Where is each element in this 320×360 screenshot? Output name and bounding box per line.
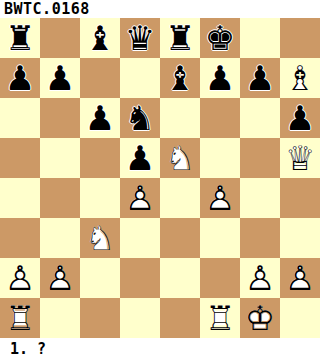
square-d7[interactable] bbox=[120, 58, 160, 98]
square-e7[interactable]: ♝ bbox=[160, 58, 200, 98]
black-pawn-piece[interactable]: ♟ bbox=[200, 58, 240, 98]
white-queen-piece[interactable]: ♛♕ bbox=[280, 138, 320, 178]
white-piece-outline-glyph: ♔ bbox=[240, 298, 280, 338]
square-h3[interactable] bbox=[280, 218, 320, 258]
black-rook-piece[interactable]: ♜ bbox=[0, 18, 40, 58]
chess-board: ♜♝♛♜♚♟♟♝♟♟♝♗♟♞♟♟♞♘♛♕♟♙♟♙♞♘♟♙♟♙♟♙♟♙♜♖♜♖♚♔ bbox=[0, 18, 320, 338]
square-f5[interactable] bbox=[200, 138, 240, 178]
square-a6[interactable] bbox=[0, 98, 40, 138]
black-piece-glyph: ♝ bbox=[160, 58, 200, 98]
white-piece-outline-glyph: ♖ bbox=[0, 298, 40, 338]
black-pawn-piece[interactable]: ♟ bbox=[40, 58, 80, 98]
square-c4[interactable] bbox=[80, 178, 120, 218]
black-pawn-piece[interactable]: ♟ bbox=[0, 58, 40, 98]
white-pawn-piece[interactable]: ♟♙ bbox=[280, 258, 320, 298]
square-d1[interactable] bbox=[120, 298, 160, 338]
square-c1[interactable] bbox=[80, 298, 120, 338]
square-a2[interactable]: ♟♙ bbox=[0, 258, 40, 298]
black-rook-piece[interactable]: ♜ bbox=[160, 18, 200, 58]
white-piece-outline-glyph: ♙ bbox=[240, 258, 280, 298]
square-a1[interactable]: ♜♖ bbox=[0, 298, 40, 338]
white-pawn-piece[interactable]: ♟♙ bbox=[40, 258, 80, 298]
square-g2[interactable]: ♟♙ bbox=[240, 258, 280, 298]
square-g6[interactable] bbox=[240, 98, 280, 138]
black-king-piece[interactable]: ♚ bbox=[200, 18, 240, 58]
white-piece-outline-glyph: ♗ bbox=[280, 58, 320, 98]
square-f1[interactable]: ♜♖ bbox=[200, 298, 240, 338]
square-g4[interactable] bbox=[240, 178, 280, 218]
square-e6[interactable] bbox=[160, 98, 200, 138]
black-piece-glyph: ♟ bbox=[240, 58, 280, 98]
square-a3[interactable] bbox=[0, 218, 40, 258]
square-g5[interactable] bbox=[240, 138, 280, 178]
square-c3[interactable]: ♞♘ bbox=[80, 218, 120, 258]
square-g7[interactable]: ♟ bbox=[240, 58, 280, 98]
square-b5[interactable] bbox=[40, 138, 80, 178]
square-c7[interactable] bbox=[80, 58, 120, 98]
square-c6[interactable]: ♟ bbox=[80, 98, 120, 138]
black-bishop-piece[interactable]: ♝ bbox=[80, 18, 120, 58]
square-b2[interactable]: ♟♙ bbox=[40, 258, 80, 298]
square-a7[interactable]: ♟ bbox=[0, 58, 40, 98]
square-f6[interactable] bbox=[200, 98, 240, 138]
black-piece-glyph: ♟ bbox=[280, 98, 320, 138]
square-h6[interactable]: ♟ bbox=[280, 98, 320, 138]
white-rook-piece[interactable]: ♜♖ bbox=[200, 298, 240, 338]
square-h5[interactable]: ♛♕ bbox=[280, 138, 320, 178]
square-e5[interactable]: ♞♘ bbox=[160, 138, 200, 178]
black-piece-glyph: ♚ bbox=[200, 18, 240, 58]
black-piece-glyph: ♟ bbox=[40, 58, 80, 98]
square-e2[interactable] bbox=[160, 258, 200, 298]
square-e8[interactable]: ♜ bbox=[160, 18, 200, 58]
white-pawn-piece[interactable]: ♟♙ bbox=[240, 258, 280, 298]
square-c5[interactable] bbox=[80, 138, 120, 178]
black-piece-glyph: ♛ bbox=[120, 18, 160, 58]
black-bishop-piece[interactable]: ♝ bbox=[160, 58, 200, 98]
white-king-piece[interactable]: ♚♔ bbox=[240, 298, 280, 338]
white-piece-outline-glyph: ♖ bbox=[200, 298, 240, 338]
white-knight-piece[interactable]: ♞♘ bbox=[160, 138, 200, 178]
white-rook-piece[interactable]: ♜♖ bbox=[0, 298, 40, 338]
white-bishop-piece[interactable]: ♝♗ bbox=[280, 58, 320, 98]
square-b7[interactable]: ♟ bbox=[40, 58, 80, 98]
square-h4[interactable] bbox=[280, 178, 320, 218]
square-b1[interactable] bbox=[40, 298, 80, 338]
square-b4[interactable] bbox=[40, 178, 80, 218]
square-d4[interactable]: ♟♙ bbox=[120, 178, 160, 218]
white-piece-outline-glyph: ♘ bbox=[80, 218, 120, 258]
square-f2[interactable] bbox=[200, 258, 240, 298]
white-knight-piece[interactable]: ♞♘ bbox=[80, 218, 120, 258]
square-b6[interactable] bbox=[40, 98, 80, 138]
white-piece-outline-glyph: ♕ bbox=[280, 138, 320, 178]
black-piece-glyph: ♜ bbox=[0, 18, 40, 58]
white-piece-outline-glyph: ♙ bbox=[200, 178, 240, 218]
square-a5[interactable] bbox=[0, 138, 40, 178]
square-f4[interactable]: ♟♙ bbox=[200, 178, 240, 218]
puzzle-id: BWTC.0168 bbox=[4, 0, 90, 18]
square-f3[interactable] bbox=[200, 218, 240, 258]
square-h7[interactable]: ♝♗ bbox=[280, 58, 320, 98]
black-queen-piece[interactable]: ♛ bbox=[120, 18, 160, 58]
black-pawn-piece[interactable]: ♟ bbox=[80, 98, 120, 138]
square-d2[interactable] bbox=[120, 258, 160, 298]
square-g1[interactable]: ♚♔ bbox=[240, 298, 280, 338]
white-piece-outline-glyph: ♙ bbox=[280, 258, 320, 298]
black-piece-glyph: ♟ bbox=[0, 58, 40, 98]
square-d5[interactable]: ♟ bbox=[120, 138, 160, 178]
square-c2[interactable] bbox=[80, 258, 120, 298]
square-f8[interactable]: ♚ bbox=[200, 18, 240, 58]
black-pawn-piece[interactable]: ♟ bbox=[240, 58, 280, 98]
square-h1[interactable] bbox=[280, 298, 320, 338]
black-piece-glyph: ♟ bbox=[80, 98, 120, 138]
square-g3[interactable] bbox=[240, 218, 280, 258]
black-piece-glyph: ♞ bbox=[120, 98, 160, 138]
square-e1[interactable] bbox=[160, 298, 200, 338]
square-a8[interactable]: ♜ bbox=[0, 18, 40, 58]
square-d8[interactable]: ♛ bbox=[120, 18, 160, 58]
square-d6[interactable]: ♞ bbox=[120, 98, 160, 138]
black-piece-glyph: ♝ bbox=[80, 18, 120, 58]
square-e3[interactable] bbox=[160, 218, 200, 258]
white-pawn-piece[interactable]: ♟♙ bbox=[120, 178, 160, 218]
move-prompt: 1. ? bbox=[10, 340, 46, 358]
black-pawn-piece[interactable]: ♟ bbox=[280, 98, 320, 138]
black-piece-glyph: ♟ bbox=[200, 58, 240, 98]
white-pawn-piece[interactable]: ♟♙ bbox=[0, 258, 40, 298]
square-g8[interactable] bbox=[240, 18, 280, 58]
black-piece-glyph: ♜ bbox=[160, 18, 200, 58]
square-e4[interactable] bbox=[160, 178, 200, 218]
square-b3[interactable] bbox=[40, 218, 80, 258]
chess-app-window: BWTC.0168 ♜♝♛♜♚♟♟♝♟♟♝♗♟♞♟♟♞♘♛♕♟♙♟♙♞♘♟♙♟♙… bbox=[0, 0, 320, 360]
black-pawn-piece[interactable]: ♟ bbox=[120, 138, 160, 178]
square-f7[interactable]: ♟ bbox=[200, 58, 240, 98]
black-knight-piece[interactable]: ♞ bbox=[120, 98, 160, 138]
square-b8[interactable] bbox=[40, 18, 80, 58]
square-h8[interactable] bbox=[280, 18, 320, 58]
white-piece-outline-glyph: ♙ bbox=[120, 178, 160, 218]
black-piece-glyph: ♟ bbox=[120, 138, 160, 178]
white-pawn-piece[interactable]: ♟♙ bbox=[200, 178, 240, 218]
white-piece-outline-glyph: ♘ bbox=[160, 138, 200, 178]
square-h2[interactable]: ♟♙ bbox=[280, 258, 320, 298]
square-a4[interactable] bbox=[0, 178, 40, 218]
white-piece-outline-glyph: ♙ bbox=[40, 258, 80, 298]
white-piece-outline-glyph: ♙ bbox=[0, 258, 40, 298]
square-c8[interactable]: ♝ bbox=[80, 18, 120, 58]
square-d3[interactable] bbox=[120, 218, 160, 258]
